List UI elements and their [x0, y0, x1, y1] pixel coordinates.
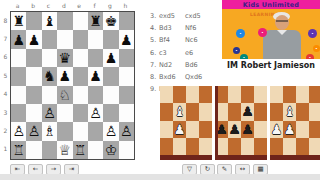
video-caption: IM Robert Jamieson [222, 59, 320, 72]
white-move[interactable]: Bf4 [159, 36, 185, 48]
square-f8[interactable]: ♜ [88, 12, 103, 30]
black-p-piece: ♟ [105, 50, 118, 64]
mini-square [296, 121, 309, 138]
square-a7[interactable]: ♟ [11, 30, 26, 48]
mini-square [296, 138, 309, 155]
square-e6[interactable] [73, 49, 88, 67]
banner-text: Kids Unlimited [243, 1, 299, 9]
square-f5[interactable]: ♟ [88, 67, 103, 85]
square-e3[interactable] [73, 104, 88, 122]
mini-board-grid: ♟♟♟♟ [215, 86, 267, 155]
square-h4[interactable] [119, 86, 134, 104]
file-label-a: a [10, 2, 25, 10]
move-number: 5. [150, 36, 159, 48]
white-move[interactable]: Nd2 [159, 61, 185, 73]
rank-label-2: 2 [2, 121, 9, 139]
white-n-piece: ♘ [59, 87, 72, 101]
mini-square: ♟ [270, 121, 283, 138]
white-p-piece: ♟ [174, 123, 186, 136]
white-move[interactable]: Bxd6 [159, 73, 185, 85]
mini-square [309, 138, 320, 155]
video-thumbnail[interactable]: LEARNING ••••••• [222, 9, 320, 59]
rank-label-4: 4 [2, 85, 9, 103]
mini-square [283, 138, 296, 155]
square-d5[interactable]: ♟ [57, 67, 72, 85]
black-r-piece: ♜ [89, 14, 102, 28]
square-g1[interactable]: ♔ [103, 141, 118, 159]
square-d4[interactable]: ♘ [57, 86, 72, 104]
white-r-piece: ♖ [12, 142, 25, 156]
square-a5[interactable] [11, 67, 26, 85]
square-a1[interactable]: ♖ [11, 141, 26, 159]
file-label-h: h [118, 2, 133, 10]
mini-board-bottom-edge [160, 155, 212, 160]
mini-board-bottom-edge [215, 155, 267, 160]
white-p-piece: ♟ [271, 123, 283, 136]
mini-square [296, 86, 309, 103]
black-p-piece: ♟ [28, 32, 41, 46]
square-g7[interactable] [103, 30, 118, 48]
move-number: 6. [150, 49, 159, 61]
rank-labels: 87654321 [2, 11, 9, 158]
mini-square [241, 86, 254, 103]
square-h1[interactable] [119, 141, 134, 159]
square-c5[interactable]: ♞ [42, 67, 57, 85]
move-row: 7.Nd2Bd6 [150, 61, 218, 73]
square-g5[interactable] [103, 67, 118, 85]
square-c3[interactable]: ♙ [42, 104, 57, 122]
square-c8[interactable]: ♝ [42, 12, 57, 30]
square-g2[interactable]: ♙ [103, 122, 118, 140]
square-a3[interactable] [11, 104, 26, 122]
mini-board-bottom-edge [270, 155, 320, 160]
orange-circle-icon: • [313, 45, 320, 52]
square-g6[interactable]: ♟ [103, 49, 118, 67]
square-b5[interactable] [26, 67, 41, 85]
navy-circle-icon: • [233, 47, 240, 54]
mini-square [309, 121, 320, 138]
mini-square [186, 103, 199, 120]
mini-square [228, 138, 241, 155]
mini-square [270, 86, 283, 103]
mini-square [254, 86, 267, 103]
mini-square: ♟ [241, 103, 254, 120]
file-label-e: e [72, 2, 87, 10]
white-b-piece: ♝ [284, 105, 296, 118]
white-b-piece: ♝ [174, 105, 186, 118]
move-number: 9. [150, 85, 159, 97]
kids-unlimited-banner: Kids Unlimited [222, 0, 320, 9]
file-label-b: b [25, 2, 40, 10]
black-p-piece: ♟ [59, 69, 72, 83]
mini-board-1[interactable]: ♝♟ [160, 86, 212, 160]
black-q-piece: ♛ [59, 50, 72, 64]
pink-circle-icon: • [258, 28, 267, 37]
mini-square: ♝ [283, 103, 296, 120]
mini-square [173, 86, 186, 103]
black-move[interactable]: e6 [185, 49, 218, 61]
square-f2[interactable] [88, 122, 103, 140]
black-move[interactable]: Nf6 [185, 24, 218, 36]
mini-square [199, 103, 212, 120]
square-g4[interactable] [103, 86, 118, 104]
mini-square [160, 121, 173, 138]
square-b7[interactable]: ♟ [26, 30, 41, 48]
black-k-piece: ♚ [105, 14, 118, 28]
square-c6[interactable] [42, 49, 57, 67]
black-move[interactable]: Qxd6 [185, 73, 218, 85]
rank-label-8: 8 [2, 11, 9, 29]
square-e8[interactable] [73, 12, 88, 30]
mini-square [199, 138, 212, 155]
mini-square [160, 103, 173, 120]
square-c4[interactable] [42, 86, 57, 104]
mini-square: ♟ [241, 121, 254, 138]
rank-label-1: 1 [2, 140, 9, 158]
mini-square [270, 138, 283, 155]
white-p-piece: ♙ [89, 106, 102, 120]
rank-label-7: 7 [2, 29, 9, 47]
square-b6[interactable] [26, 49, 41, 67]
file-label-f: f [87, 2, 102, 10]
mini-square [241, 138, 254, 155]
white-k-piece: ♔ [105, 142, 118, 156]
presenter-name: IM Robert Jamieson [227, 61, 315, 70]
mini-square [309, 86, 320, 103]
white-p-piece: ♙ [12, 124, 25, 138]
white-p-piece: ♙ [43, 106, 56, 120]
square-a2[interactable]: ♙ [11, 122, 26, 140]
file-label-c: c [41, 2, 56, 10]
square-f4[interactable] [88, 86, 103, 104]
move-list[interactable]: 3.exd5cxd54.Bd3Nf65.Bf4Nc66.c3e67.Nd2Bd6… [150, 12, 218, 92]
mini-square [186, 138, 199, 155]
square-e7[interactable] [73, 30, 88, 48]
square-d6[interactable]: ♛ [57, 49, 72, 67]
square-f6[interactable] [88, 49, 103, 67]
mini-square: ♟ [228, 121, 241, 138]
square-e5[interactable] [73, 67, 88, 85]
square-b4[interactable] [26, 86, 41, 104]
indigo-circle-icon: • [308, 29, 317, 38]
white-p-piece: ♙ [28, 124, 41, 138]
move-number: 7. [150, 61, 159, 73]
square-f7[interactable] [88, 30, 103, 48]
main-board[interactable]: ♜♝♜♚♟♟♟♛♟♞♟♟♘♙♙♙♙♗♙♙♖♕♖♔ [10, 11, 135, 160]
square-e1[interactable]: ♖ [73, 141, 88, 159]
move-row: 5.Bf4Nc6 [150, 36, 218, 48]
mini-square [186, 121, 199, 138]
bottom-strip [0, 174, 320, 180]
square-h6[interactable] [119, 49, 134, 67]
white-p-piece: ♟ [284, 123, 296, 136]
square-a4[interactable] [11, 86, 26, 104]
black-p-piece: ♟ [242, 123, 254, 136]
black-b-piece: ♝ [43, 14, 56, 28]
mini-square [160, 86, 173, 103]
mini-square [270, 103, 283, 120]
square-d7[interactable] [57, 30, 72, 48]
mini-board-left-edge [215, 86, 218, 160]
mini-square [199, 121, 212, 138]
file-labels: abcdefgh [10, 2, 133, 10]
square-h7[interactable]: ♟ [119, 30, 134, 48]
black-n-piece: ♞ [43, 69, 56, 83]
mini-square [228, 103, 241, 120]
mini-board-3[interactable]: ♝♟♟ [270, 86, 320, 160]
mini-square [160, 138, 173, 155]
square-h3[interactable] [119, 104, 134, 122]
black-r-piece: ♜ [12, 14, 25, 28]
square-h8[interactable] [119, 12, 134, 30]
mini-square [296, 103, 309, 120]
square-f1[interactable] [88, 141, 103, 159]
square-h5[interactable] [119, 67, 134, 85]
square-d8[interactable] [57, 12, 72, 30]
square-g8[interactable]: ♚ [103, 12, 118, 30]
square-a6[interactable] [11, 49, 26, 67]
mini-board-grid: ♝♟ [160, 86, 212, 155]
mini-square [173, 138, 186, 155]
square-a8[interactable]: ♜ [11, 12, 26, 30]
white-p-piece: ♙ [120, 124, 133, 138]
file-label-d: d [56, 2, 71, 10]
mini-board-grid: ♝♟♟ [270, 86, 320, 155]
square-g3[interactable] [103, 104, 118, 122]
square-d3[interactable] [57, 104, 72, 122]
square-e2[interactable] [73, 122, 88, 140]
square-b1[interactable] [26, 141, 41, 159]
black-p-piece: ♟ [242, 105, 254, 118]
move-row: 8.Bxd6Qxd6 [150, 73, 218, 85]
presenter-glasses [276, 20, 288, 22]
move-row: 6.c3e6 [150, 49, 218, 61]
square-c7[interactable] [42, 30, 57, 48]
move-row: 3.exd5cxd5 [150, 12, 218, 24]
presenter-head [275, 15, 289, 30]
white-move[interactable]: Bd3 [159, 24, 185, 36]
mini-square [228, 86, 241, 103]
square-d1[interactable]: ♕ [57, 141, 72, 159]
square-b2[interactable]: ♙ [26, 122, 41, 140]
square-c1[interactable] [42, 141, 57, 159]
black-p-piece: ♟ [229, 123, 241, 136]
white-move[interactable]: exd5 [159, 12, 185, 24]
square-d2[interactable] [57, 122, 72, 140]
black-move[interactable]: cxd5 [185, 12, 218, 24]
white-p-piece: ♙ [105, 124, 118, 138]
blue-circle-icon: • [236, 29, 245, 38]
white-r-piece: ♖ [74, 142, 87, 156]
square-h2[interactable]: ♙ [119, 122, 134, 140]
mini-square [283, 86, 296, 103]
mini-square: ♟ [173, 121, 186, 138]
black-move[interactable]: Bd6 [185, 61, 218, 73]
white-move[interactable]: c3 [159, 49, 185, 61]
mini-square [186, 86, 199, 103]
black-p-piece: ♟ [120, 32, 133, 46]
move-number: 4. [150, 24, 159, 36]
move-row: 4.Bd3Nf6 [150, 24, 218, 36]
black-p-piece: ♟ [12, 32, 25, 46]
mini-square [254, 138, 267, 155]
rank-label-6: 6 [2, 48, 9, 66]
white-q-piece: ♕ [59, 142, 72, 156]
square-b3[interactable] [26, 104, 41, 122]
mini-square [254, 121, 267, 138]
mini-square [309, 103, 320, 120]
black-p-piece: ♟ [89, 69, 102, 83]
mini-square [199, 86, 212, 103]
square-c2[interactable]: ♗ [42, 122, 57, 140]
mini-square: ♝ [173, 103, 186, 120]
mini-square: ♟ [283, 121, 296, 138]
square-e4[interactable] [73, 86, 88, 104]
mini-board-2[interactable]: ♟♟♟♟ [215, 86, 267, 160]
file-label-g: g [102, 2, 117, 10]
move-number: 8. [150, 73, 159, 85]
white-b-piece: ♗ [43, 124, 56, 138]
square-f3[interactable]: ♙ [88, 104, 103, 122]
rank-label-5: 5 [2, 66, 9, 84]
square-b8[interactable] [26, 12, 41, 30]
black-move[interactable]: Nc6 [185, 36, 218, 48]
mini-square [254, 103, 267, 120]
rank-label-3: 3 [2, 103, 9, 121]
move-number: 3. [150, 12, 159, 24]
